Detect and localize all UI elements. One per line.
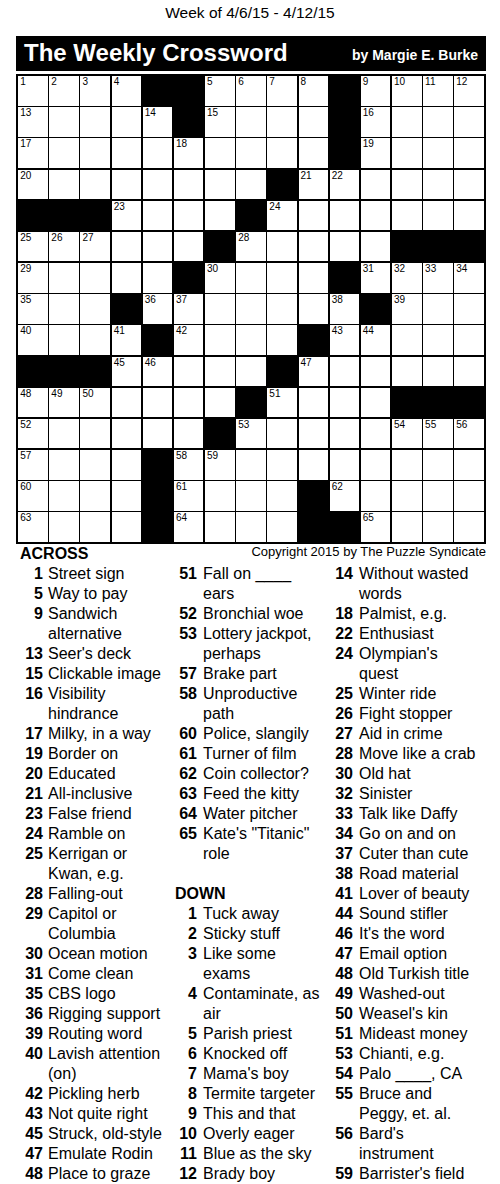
grid-cell[interactable] [454,107,484,137]
column-spacer [173,544,326,564]
clue-text: Unproductive path [203,684,326,724]
clue-number: 21 [18,784,43,804]
grid-cell[interactable]: 20 [18,170,48,200]
grid-cell[interactable]: 61 [174,481,204,511]
cell-number: 42 [176,326,187,336]
clue-text: Parish priest [203,1024,326,1044]
grid-cell[interactable] [236,325,266,355]
grid-cell[interactable] [80,138,110,168]
grid-cell[interactable] [80,107,110,137]
clue: 47Emulate Rodin [18,1144,170,1164]
cell-number: 53 [238,420,249,430]
grid-cell[interactable] [236,170,266,200]
clue-number: 49 [330,984,353,1004]
clue-number: 5 [173,1024,197,1044]
grid-cell[interactable] [267,450,297,480]
grid-cell[interactable]: 8 [299,76,329,106]
grid-cell[interactable] [392,450,422,480]
week-header: Week of 4/6/15 - 4/12/15 [0,4,500,22]
grid-cell[interactable] [267,138,297,168]
grid-cell[interactable] [112,388,142,418]
grid-cell[interactable] [236,481,266,511]
grid-cell[interactable] [49,481,79,511]
grid-cell[interactable]: 54 [392,419,422,449]
grid-cell[interactable] [454,294,484,324]
grid-cell[interactable] [112,232,142,262]
grid-cell[interactable] [205,170,235,200]
grid-cell[interactable] [267,232,297,262]
grid-cell[interactable]: 17 [18,138,48,168]
clue-number: 7 [173,1064,197,1084]
clue: 38Road material [330,864,483,884]
grid-cell[interactable] [392,325,422,355]
grid-cell[interactable]: 4 [112,76,142,106]
grid-cell[interactable] [236,263,266,293]
clue: 23False friend [18,804,170,824]
grid-cell[interactable] [330,388,360,418]
grid-cell[interactable] [299,138,329,168]
grid-cell[interactable] [236,138,266,168]
clue-number: 15 [18,664,43,684]
grid-cell[interactable]: 42 [174,325,204,355]
grid-cell[interactable] [361,450,391,480]
grid-cell[interactable] [49,138,79,168]
grid-cell[interactable] [80,263,110,293]
grid-cell[interactable] [423,294,453,324]
grid-cell[interactable] [236,357,266,387]
clue-text: Olympian's quest [359,644,483,684]
cell-number: 61 [176,482,187,492]
grid-cell[interactable] [330,201,360,231]
grid-cell[interactable] [454,512,484,542]
grid-cell[interactable] [143,419,173,449]
clue-text: False friend [48,804,170,824]
clue-number: 42 [18,1084,43,1104]
grid-cell[interactable] [299,294,329,324]
grid-cell[interactable] [392,107,422,137]
clue: 47Email option [330,944,483,964]
grid-cell[interactable]: 47 [299,357,329,387]
grid-cell[interactable] [392,201,422,231]
grid-cell[interactable] [236,294,266,324]
grid-cell[interactable]: 16 [361,107,391,137]
grid-cell[interactable]: 11 [423,76,453,106]
clue-text: Sandwich alternative [48,604,170,644]
clue: 5Parish priest [173,1024,326,1044]
grid-cell[interactable] [174,357,204,387]
grid-cell[interactable] [205,138,235,168]
grid-cell[interactable]: 41 [112,325,142,355]
grid-cell[interactable] [267,325,297,355]
grid-cell[interactable] [423,170,453,200]
clue: 46It's the word [330,924,483,944]
clue-number: 53 [173,624,197,644]
grid-cell[interactable]: 23 [112,201,142,231]
grid-cell[interactable] [423,481,453,511]
grid-cell[interactable] [423,138,453,168]
clue-text: Bard's instrument [359,1124,483,1164]
grid-cell[interactable] [361,170,391,200]
grid-cell[interactable] [267,107,297,137]
grid-cell[interactable] [392,357,422,387]
grid-cell[interactable]: 27 [80,232,110,262]
grid-cell[interactable] [299,107,329,137]
grid-cell[interactable] [80,512,110,542]
grid-cell[interactable]: 57 [18,450,48,480]
cell-number: 14 [145,108,156,118]
clue-number: 53 [330,1044,353,1064]
clue-text: Turner of film [203,744,326,764]
grid-cell[interactable] [49,170,79,200]
clue: 12Brady boy [173,1164,326,1184]
grid-cell[interactable] [392,512,422,542]
grid-cell[interactable]: 30 [205,263,235,293]
grid-cell[interactable] [423,201,453,231]
grid-cell[interactable]: 15 [205,107,235,137]
clue-text: Kate's "Titanic" role [203,824,326,864]
grid-cell[interactable] [205,357,235,387]
grid-cell[interactable]: 38 [330,294,360,324]
clue: 44Sound stifler [330,904,483,924]
clue-text: Border on [48,744,170,764]
clue-text: Palo ____, CA [359,1064,483,1084]
down-heading: DOWN [173,884,326,904]
grid-cell[interactable] [205,512,235,542]
clue-text: Fight stopper [359,704,483,724]
grid-cell[interactable] [143,263,173,293]
grid-cell[interactable] [423,357,453,387]
grid-cell[interactable] [267,263,297,293]
cell-number: 25 [20,233,31,243]
grid-cell[interactable] [267,481,297,511]
clue-number: 56 [330,1124,353,1144]
clue: 58Unproductive path [173,684,326,724]
grid-cell[interactable] [174,232,204,262]
clue-text: Winter ride [359,684,483,704]
clue-number: 41 [330,884,353,904]
clue: 63Feed the kitty [173,784,326,804]
grid-cell[interactable] [112,481,142,511]
grid-cell[interactable] [49,419,79,449]
grid-cell[interactable] [361,357,391,387]
clues-column-2: 51Fall on ____ ears52Bronchial woe53Lott… [173,544,326,1184]
grid-cell[interactable] [236,107,266,137]
grid-cell[interactable] [423,107,453,137]
clue-number: 62 [173,764,197,784]
grid-cell[interactable]: 28 [236,232,266,262]
clue: 15Clickable image [18,664,170,684]
cell-number: 38 [332,295,343,305]
clue-text: Routing word [48,1024,170,1044]
clue: 16Visibility hindrance [18,684,170,724]
grid-cell[interactable]: 39 [392,294,422,324]
grid-cell[interactable] [267,294,297,324]
grid-cell[interactable]: 6 [236,76,266,106]
grid-cell[interactable]: 56 [454,419,484,449]
grid-cell[interactable]: 29 [18,263,48,293]
grid-cell[interactable] [143,232,173,262]
cell-number: 56 [456,420,467,430]
clue: 56Bard's instrument [330,1124,483,1164]
grid-cell[interactable] [330,232,360,262]
grid-cell[interactable] [361,419,391,449]
clue-number: 3 [173,944,197,964]
grid-cell[interactable] [299,201,329,231]
grid-cell[interactable] [112,138,142,168]
grid-cell[interactable]: 63 [18,512,48,542]
grid-cell[interactable] [112,263,142,293]
grid-cell[interactable] [299,232,329,262]
grid-cell[interactable] [392,481,422,511]
clue: 55Bruce and Peggy, et. al. [330,1084,483,1124]
grid-cell[interactable]: 21 [299,170,329,200]
grid-cell[interactable] [454,138,484,168]
grid-cell[interactable] [361,481,391,511]
grid-cell[interactable]: 50 [80,388,110,418]
clue: 21All-inclusive [18,784,170,804]
grid-cell[interactable]: 7 [267,76,297,106]
column-spacer [330,544,483,564]
cell-number: 12 [456,77,467,87]
cell-number: 26 [51,233,62,243]
clue: 48Place to graze [18,1164,170,1184]
clue: 29Capitol or Columbia [18,904,170,944]
grid-cell[interactable] [49,107,79,137]
grid-cell[interactable]: 48 [18,388,48,418]
grid-cell[interactable]: 12 [454,76,484,106]
clue-number: 39 [18,1024,43,1044]
clue: 2Sticky stuff [173,924,326,944]
grid-cell[interactable]: 19 [361,138,391,168]
grid-cell[interactable] [112,107,142,137]
grid-cell[interactable]: 10 [392,76,422,106]
grid-cell[interactable] [299,450,329,480]
grid-cell[interactable] [299,419,329,449]
clue-number: 8 [173,1084,197,1104]
grid-cell[interactable] [205,294,235,324]
grid-cell[interactable]: 55 [423,419,453,449]
grid-cell[interactable] [112,512,142,542]
grid-cell[interactable] [361,201,391,231]
grid-cell[interactable] [80,325,110,355]
grid-cell[interactable] [49,263,79,293]
grid-cell[interactable]: 52 [18,419,48,449]
block-cell [423,232,453,262]
grid-cell[interactable]: 49 [49,388,79,418]
clue-number: 10 [173,1124,197,1144]
grid-cell[interactable]: 51 [267,388,297,418]
grid-cell[interactable] [205,201,235,231]
section-gap [173,864,326,884]
grid-cell[interactable] [80,481,110,511]
grid-cell[interactable]: 37 [174,294,204,324]
grid-cell[interactable] [361,388,391,418]
block-cell [174,263,204,293]
block-cell [454,232,484,262]
grid-cell[interactable]: 9 [361,76,391,106]
grid-cell[interactable]: 45 [112,357,142,387]
grid-cell[interactable] [80,294,110,324]
grid-cell[interactable]: 35 [18,294,48,324]
cell-number: 19 [363,139,374,149]
grid-cell[interactable]: 18 [174,138,204,168]
clue: 53Chianti, e.g. [330,1044,483,1064]
clue-number: 37 [330,844,353,864]
clue: 18Palmist, e.g. [330,604,483,624]
grid-cell[interactable]: 44 [361,325,391,355]
grid-cell[interactable] [205,325,235,355]
grid-cell[interactable] [454,450,484,480]
grid-cell[interactable] [80,170,110,200]
grid-cell[interactable] [392,138,422,168]
grid-cell[interactable]: 53 [236,419,266,449]
grid-cell[interactable]: 58 [174,450,204,480]
clue-number: 19 [18,744,43,764]
clue: 62Coin collector? [173,764,326,784]
grid-cell[interactable] [392,170,422,200]
grid-cell[interactable]: 33 [423,263,453,293]
block-cell [454,388,484,418]
grid-cell[interactable]: 31 [361,263,391,293]
clue-text: Emulate Rodin [48,1144,170,1164]
grid-cell[interactable]: 59 [205,450,235,480]
grid-cell[interactable]: 46 [143,357,173,387]
grid-cell[interactable] [143,201,173,231]
clue-text: Blue as the sky [203,1144,326,1164]
grid-cell[interactable] [236,512,266,542]
grid-cell[interactable] [49,294,79,324]
grid-cell[interactable]: 40 [18,325,48,355]
clue-text: Chianti, e.g. [359,1044,483,1064]
grid-cell[interactable] [330,450,360,480]
clue-number: 51 [173,564,197,584]
grid-cell[interactable]: 34 [454,263,484,293]
grid-cell[interactable] [454,357,484,387]
across-clues-list-continued: 51Fall on ____ ears52Bronchial woe53Lott… [173,564,326,864]
puzzle-title: The Weekly Crossword [24,39,288,67]
grid-cell[interactable]: 64 [174,512,204,542]
grid-cell[interactable] [236,450,266,480]
clue-number: 63 [173,784,197,804]
grid-cell[interactable] [454,170,484,200]
grid-cell[interactable] [143,388,173,418]
clue-number: 40 [18,1044,43,1064]
cell-number: 65 [363,513,374,523]
grid-cell[interactable]: 65 [361,512,391,542]
cell-number: 43 [332,326,343,336]
grid-cell[interactable] [49,325,79,355]
grid-cell[interactable] [174,170,204,200]
grid-cell[interactable] [80,450,110,480]
grid-cell[interactable] [299,388,329,418]
clue-number: 27 [330,724,353,744]
grid-cell[interactable] [423,450,453,480]
cell-number: 31 [363,264,374,274]
grid-cell[interactable] [330,419,360,449]
grid-cell[interactable] [454,201,484,231]
cell-number: 8 [301,77,307,87]
grid-cell[interactable]: 14 [143,107,173,137]
grid-cell[interactable]: 5 [205,76,235,106]
grid-cell[interactable] [330,357,360,387]
clue: 19Border on [18,744,170,764]
clue: 24Olympian's quest [330,644,483,684]
grid-cell[interactable]: 32 [392,263,422,293]
grid-cell[interactable] [174,388,204,418]
block-cell [330,512,360,542]
grid-cell[interactable] [454,481,484,511]
grid-cell[interactable] [143,138,173,168]
grid-cell[interactable]: 60 [18,481,48,511]
grid-cell[interactable]: 22 [330,170,360,200]
grid-cell[interactable] [49,512,79,542]
grid-cell[interactable] [112,170,142,200]
clue-number: 14 [330,564,353,584]
clue-number: 12 [173,1164,197,1184]
grid-cell[interactable] [454,325,484,355]
grid-cell[interactable] [423,325,453,355]
cell-number: 40 [20,326,31,336]
grid-cell[interactable]: 62 [330,481,360,511]
grid-cell[interactable] [174,201,204,231]
clue-number: 34 [330,824,353,844]
grid-cell[interactable] [80,419,110,449]
grid-cell[interactable]: 43 [330,325,360,355]
clue-number: 38 [330,864,353,884]
grid-cell[interactable]: 13 [18,107,48,137]
clue-number: 9 [18,604,43,624]
block-cell [205,419,235,449]
clue-text: Knocked off [203,1044,326,1064]
grid-cell[interactable] [267,512,297,542]
cell-number: 62 [332,482,343,492]
clue-number: 58 [173,684,197,704]
grid-cell[interactable] [267,419,297,449]
clue-number: 22 [330,624,353,644]
clue-text: Kerrigan or Kwan, e.g. [48,844,170,884]
grid-cell[interactable] [143,170,173,200]
clue-text: Termite targeter [203,1084,326,1104]
clue: 49Washed-out [330,984,483,1004]
grid-cell[interactable]: 2 [49,76,79,106]
clue-number: 1 [173,904,197,924]
grid-cell[interactable] [174,419,204,449]
clue-number: 16 [18,684,43,704]
clues-column-3: 14Without wasted words18Palmist, e.g.22E… [330,544,483,1184]
grid-cell[interactable]: 1 [18,76,48,106]
clue-text: Rigging support [48,1004,170,1024]
clue-number: 59 [330,1164,353,1184]
clue-number: 13 [18,644,43,664]
grid-cell[interactable]: 3 [80,76,110,106]
grid-cell[interactable] [299,263,329,293]
grid-cell[interactable] [205,388,235,418]
clue-text: Lover of beauty [359,884,483,904]
grid-cell[interactable]: 26 [49,232,79,262]
grid-cell[interactable] [361,232,391,262]
cell-number: 2 [51,77,57,87]
grid-cell[interactable]: 24 [267,201,297,231]
grid-cell[interactable] [49,450,79,480]
grid-cell[interactable] [423,512,453,542]
grid-cell[interactable] [112,450,142,480]
grid-cell[interactable] [112,419,142,449]
grid-cell[interactable] [205,481,235,511]
cell-number: 21 [301,171,312,181]
clue-number: 25 [330,684,353,704]
grid-cell[interactable]: 36 [143,294,173,324]
grid-cell[interactable]: 25 [18,232,48,262]
